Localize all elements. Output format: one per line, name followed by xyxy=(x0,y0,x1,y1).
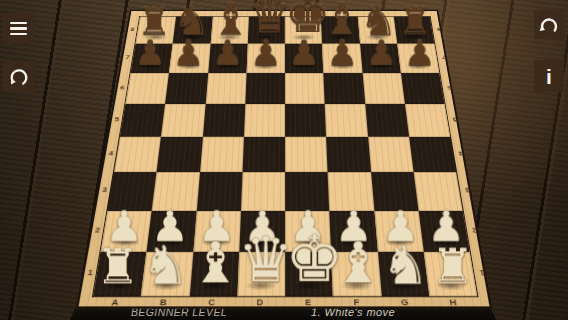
piece-white-knight[interactable]: ♞ xyxy=(381,238,429,291)
piece-white-rook[interactable]: ♜ xyxy=(429,243,477,292)
file-label-f: F xyxy=(332,296,381,310)
square-h1[interactable]: ♜ xyxy=(423,252,477,296)
piece-black-pawn[interactable]: ♟ xyxy=(208,34,246,69)
square-a1[interactable]: ♜ xyxy=(93,252,147,296)
file-label-d: D xyxy=(235,296,284,310)
piece-white-bishop[interactable]: ♝ xyxy=(333,235,381,292)
piece-black-pawn[interactable]: ♟ xyxy=(170,34,208,69)
square-c1[interactable]: ♝ xyxy=(189,252,239,296)
square-g6[interactable] xyxy=(362,73,405,104)
square-h4[interactable] xyxy=(409,137,456,172)
square-h6[interactable] xyxy=(401,73,445,104)
square-h5[interactable] xyxy=(405,104,451,137)
square-f5[interactable] xyxy=(325,104,368,137)
square-a5[interactable] xyxy=(120,104,165,137)
square-d1[interactable]: ♛ xyxy=(237,252,285,296)
file-label-h: H xyxy=(428,296,478,310)
piece-black-pawn[interactable]: ♟ xyxy=(400,34,438,69)
file-label-c: C xyxy=(187,296,236,310)
square-f6[interactable] xyxy=(324,73,365,104)
square-d5[interactable] xyxy=(244,104,285,137)
square-e7[interactable]: ♟ xyxy=(285,44,324,73)
square-e1[interactable]: ♚ xyxy=(285,252,333,296)
piece-white-king[interactable]: ♚ xyxy=(285,227,333,292)
square-b7[interactable]: ♟ xyxy=(169,44,210,73)
square-d6[interactable] xyxy=(245,73,285,104)
info-button[interactable]: i xyxy=(534,60,564,92)
square-a6[interactable] xyxy=(125,73,169,104)
square-c7[interactable]: ♟ xyxy=(208,44,248,73)
square-e4[interactable] xyxy=(285,137,328,172)
square-e6[interactable] xyxy=(285,73,325,104)
square-f4[interactable] xyxy=(326,137,370,172)
piece-white-rook[interactable]: ♜ xyxy=(94,243,142,292)
file-label-a: A xyxy=(90,296,140,310)
square-e5[interactable] xyxy=(285,104,326,137)
square-g1[interactable]: ♞ xyxy=(377,252,429,296)
square-c5[interactable] xyxy=(202,104,245,137)
piece-black-pawn[interactable]: ♟ xyxy=(362,34,400,69)
info-icon: i xyxy=(546,66,552,87)
piece-black-pawn[interactable]: ♟ xyxy=(131,34,169,69)
square-d7[interactable]: ♟ xyxy=(246,44,285,73)
square-a4[interactable] xyxy=(114,137,161,172)
rotate-icon xyxy=(7,65,31,89)
square-b6[interactable] xyxy=(165,73,207,104)
chess-board: ♜♞♝♛♚♝♞♜♟♟♟♟♟♟♟♟♟♟♟♟♟♟♟♟♜♞♝♛♚♝♞♜ 8877665… xyxy=(76,10,492,309)
piece-black-pawn[interactable]: ♟ xyxy=(323,34,361,69)
square-c4[interactable] xyxy=(199,137,243,172)
square-b1[interactable]: ♞ xyxy=(141,252,193,296)
file-label-b: B xyxy=(138,296,188,310)
square-a7[interactable]: ♟ xyxy=(131,44,173,73)
menu-button[interactable] xyxy=(3,13,34,44)
piece-black-pawn[interactable]: ♟ xyxy=(285,34,323,69)
piece-black-pawn[interactable]: ♟ xyxy=(246,34,284,69)
piece-white-bishop[interactable]: ♝ xyxy=(190,235,238,292)
chess-app-screen: { "game": "chess", "window": {"width": 5… xyxy=(0,0,568,320)
chess-board-squares: ♜♞♝♛♚♝♞♜♟♟♟♟♟♟♟♟♟♟♟♟♟♟♟♟♜♞♝♛♚♝♞♜ xyxy=(92,16,479,297)
file-label-e: E xyxy=(284,296,333,310)
piece-white-knight[interactable]: ♞ xyxy=(142,238,190,291)
square-h7[interactable]: ♟ xyxy=(397,44,439,73)
square-g7[interactable]: ♟ xyxy=(360,44,401,73)
rotate-board-button[interactable] xyxy=(3,61,34,92)
undo-arrow-icon xyxy=(537,13,561,37)
square-f7[interactable]: ♟ xyxy=(322,44,362,73)
square-g5[interactable] xyxy=(365,104,409,137)
square-c6[interactable] xyxy=(205,73,246,104)
square-b5[interactable] xyxy=(161,104,205,137)
square-d4[interactable] xyxy=(242,137,285,172)
undo-button[interactable] xyxy=(534,10,564,39)
file-label-g: G xyxy=(380,296,430,310)
piece-white-queen[interactable]: ♛ xyxy=(237,229,285,292)
square-f1[interactable]: ♝ xyxy=(331,252,381,296)
hamburger-icon xyxy=(10,22,27,36)
square-g4[interactable] xyxy=(368,137,414,172)
square-b4[interactable] xyxy=(157,137,203,172)
